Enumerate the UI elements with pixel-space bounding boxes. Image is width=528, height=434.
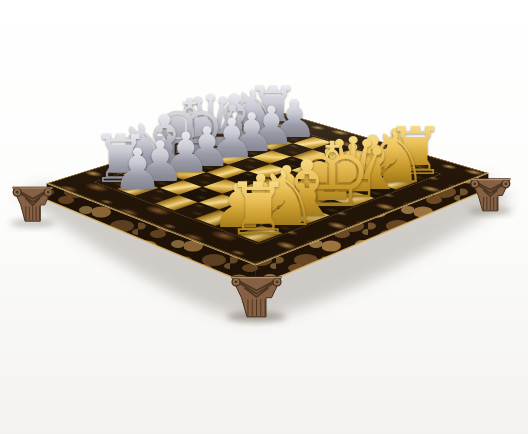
square-g3 [219,201,264,217]
square-f5 [202,179,245,194]
square-h1 [237,225,284,242]
square-b6 [272,143,312,156]
square-a5 [312,142,352,155]
square-b5 [291,149,332,162]
square-a4 [332,148,373,161]
square-b8 [234,132,274,145]
board-perspective-wrapper [0,0,528,434]
square-c7 [232,144,272,157]
square-g6 [159,180,202,195]
square-c8 [213,138,253,151]
square-c1 [353,183,396,198]
square-d2 [309,184,352,199]
square-b1 [374,175,417,190]
square-d5 [248,164,290,178]
square-f4 [222,186,266,201]
square-c3 [310,169,352,184]
square-b4 [311,156,352,170]
square-f1 [285,208,330,225]
square-d7 [210,151,251,165]
square-f8 [146,159,188,173]
square-a1 [395,167,437,181]
square-a7 [274,131,313,144]
square-d6 [229,157,270,171]
square-h4 [174,202,219,218]
square-f2 [264,200,309,216]
square-c6 [251,150,292,164]
square-b2 [353,168,395,182]
square-c5 [270,156,311,170]
product-photo-stage: ♜♞♝♛♚♝♞♜♟♟♟♟♟♟♟♟♟♟♟♟♟♟♟♟♜♞♝♛♚♝♞♜ [0,0,528,434]
square-f6 [183,172,226,187]
square-h2 [215,217,261,234]
square-h5 [154,195,198,211]
square-c2 [331,176,374,191]
square-d3 [288,177,331,192]
square-g5 [179,187,223,202]
square-f3 [243,193,287,209]
square-a3 [353,155,394,169]
square-g4 [199,194,243,210]
square-b7 [253,137,293,150]
square-h7 [116,181,159,196]
square-h6 [135,188,179,203]
square-h3 [194,210,239,227]
square-g2 [240,209,285,226]
square-a2 [374,161,416,175]
square-e1 [308,199,353,215]
square-e6 [206,165,248,179]
square-e4 [245,178,288,193]
square-g7 [140,173,183,188]
square-c4 [290,163,332,177]
square-e3 [266,185,310,200]
square-d4 [268,170,310,185]
board-field [98,125,438,243]
square-f7 [164,166,206,180]
square-d8 [191,145,231,158]
square-b3 [332,162,374,176]
square-h8 [98,174,141,189]
square-e5 [226,171,268,186]
square-e8 [169,152,210,166]
square-g1 [261,216,307,233]
square-d1 [331,191,375,207]
chess-board [47,111,489,265]
square-g8 [122,167,164,181]
square-e2 [287,192,331,208]
square-a6 [293,136,333,149]
square-e7 [187,158,228,172]
square-a8 [255,125,294,137]
